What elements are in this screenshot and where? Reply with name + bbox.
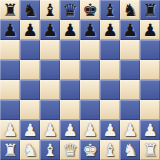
square-b7[interactable]: ♟ <box>20 20 40 40</box>
square-g5[interactable] <box>120 60 140 80</box>
square-e6[interactable] <box>80 40 100 60</box>
square-d1[interactable]: ♛ <box>60 140 80 160</box>
square-g4[interactable] <box>120 80 140 100</box>
piece-black-pawn[interactable]: ♟ <box>22 20 37 40</box>
square-h4[interactable] <box>140 80 160 100</box>
square-b8[interactable]: ♞ <box>20 0 40 20</box>
piece-black-pawn[interactable]: ♟ <box>2 20 17 40</box>
square-e3[interactable] <box>80 100 100 120</box>
piece-black-knight[interactable]: ♞ <box>122 0 137 20</box>
piece-white-pawn[interactable]: ♟ <box>82 120 97 140</box>
piece-black-pawn[interactable]: ♟ <box>82 20 97 40</box>
square-g1[interactable]: ♞ <box>120 140 140 160</box>
square-b3[interactable] <box>20 100 40 120</box>
piece-white-bishop[interactable]: ♝ <box>42 140 57 160</box>
square-e1[interactable]: ♚ <box>80 140 100 160</box>
square-a6[interactable] <box>0 40 20 60</box>
piece-white-pawn[interactable]: ♟ <box>22 120 37 140</box>
square-f5[interactable] <box>100 60 120 80</box>
square-h7[interactable]: ♟ <box>140 20 160 40</box>
square-h3[interactable] <box>140 100 160 120</box>
square-c6[interactable] <box>40 40 60 60</box>
piece-black-pawn[interactable]: ♟ <box>62 20 77 40</box>
piece-black-queen[interactable]: ♛ <box>62 0 77 20</box>
chess-board: ♜♞♝♛♚♝♞♜♟♟♟♟♟♟♟♟♟♟♟♟♟♟♟♟♜♞♝♛♚♝♞♜ <box>0 0 160 160</box>
square-c2[interactable]: ♟ <box>40 120 60 140</box>
square-a4[interactable] <box>0 80 20 100</box>
square-f6[interactable] <box>100 40 120 60</box>
square-c1[interactable]: ♝ <box>40 140 60 160</box>
square-e2[interactable]: ♟ <box>80 120 100 140</box>
square-h8[interactable]: ♜ <box>140 0 160 20</box>
square-e7[interactable]: ♟ <box>80 20 100 40</box>
square-d5[interactable] <box>60 60 80 80</box>
piece-black-pawn[interactable]: ♟ <box>122 20 137 40</box>
square-c4[interactable] <box>40 80 60 100</box>
square-c7[interactable]: ♟ <box>40 20 60 40</box>
square-g7[interactable]: ♟ <box>120 20 140 40</box>
square-f1[interactable]: ♝ <box>100 140 120 160</box>
square-c3[interactable] <box>40 100 60 120</box>
piece-black-bishop[interactable]: ♝ <box>102 0 117 20</box>
square-e4[interactable] <box>80 80 100 100</box>
square-c8[interactable]: ♝ <box>40 0 60 20</box>
square-d3[interactable] <box>60 100 80 120</box>
piece-white-knight[interactable]: ♞ <box>22 140 37 160</box>
square-f3[interactable] <box>100 100 120 120</box>
square-g6[interactable] <box>120 40 140 60</box>
piece-white-pawn[interactable]: ♟ <box>122 120 137 140</box>
square-g8[interactable]: ♞ <box>120 0 140 20</box>
square-d8[interactable]: ♛ <box>60 0 80 20</box>
square-f7[interactable]: ♟ <box>100 20 120 40</box>
piece-black-king[interactable]: ♚ <box>82 0 97 20</box>
square-a8[interactable]: ♜ <box>0 0 20 20</box>
square-a2[interactable]: ♟ <box>0 120 20 140</box>
piece-black-pawn[interactable]: ♟ <box>42 20 57 40</box>
square-g3[interactable] <box>120 100 140 120</box>
square-b1[interactable]: ♞ <box>20 140 40 160</box>
square-a3[interactable] <box>0 100 20 120</box>
square-d4[interactable] <box>60 80 80 100</box>
square-h1[interactable]: ♜ <box>140 140 160 160</box>
square-a5[interactable] <box>0 60 20 80</box>
square-e8[interactable]: ♚ <box>80 0 100 20</box>
square-h6[interactable] <box>140 40 160 60</box>
piece-white-pawn[interactable]: ♟ <box>142 120 157 140</box>
square-d7[interactable]: ♟ <box>60 20 80 40</box>
piece-black-knight[interactable]: ♞ <box>22 0 37 20</box>
square-f8[interactable]: ♝ <box>100 0 120 20</box>
square-d2[interactable]: ♟ <box>60 120 80 140</box>
piece-white-queen[interactable]: ♛ <box>62 140 77 160</box>
piece-black-pawn[interactable]: ♟ <box>102 20 117 40</box>
square-a7[interactable]: ♟ <box>0 20 20 40</box>
piece-white-pawn[interactable]: ♟ <box>42 120 57 140</box>
piece-black-bishop[interactable]: ♝ <box>42 0 57 20</box>
piece-white-pawn[interactable]: ♟ <box>102 120 117 140</box>
piece-white-pawn[interactable]: ♟ <box>2 120 17 140</box>
square-f2[interactable]: ♟ <box>100 120 120 140</box>
square-b2[interactable]: ♟ <box>20 120 40 140</box>
square-b5[interactable] <box>20 60 40 80</box>
piece-white-rook[interactable]: ♜ <box>2 140 17 160</box>
piece-white-pawn[interactable]: ♟ <box>62 120 77 140</box>
piece-white-knight[interactable]: ♞ <box>122 140 137 160</box>
piece-white-king[interactable]: ♚ <box>82 140 97 160</box>
square-g2[interactable]: ♟ <box>120 120 140 140</box>
square-h5[interactable] <box>140 60 160 80</box>
square-a1[interactable]: ♜ <box>0 140 20 160</box>
square-b6[interactable] <box>20 40 40 60</box>
piece-black-rook[interactable]: ♜ <box>2 0 17 20</box>
square-d6[interactable] <box>60 40 80 60</box>
piece-black-pawn[interactable]: ♟ <box>142 20 157 40</box>
square-e5[interactable] <box>80 60 100 80</box>
piece-black-rook[interactable]: ♜ <box>142 0 157 20</box>
square-h2[interactable]: ♟ <box>140 120 160 140</box>
square-c5[interactable] <box>40 60 60 80</box>
piece-white-bishop[interactable]: ♝ <box>102 140 117 160</box>
square-b4[interactable] <box>20 80 40 100</box>
piece-white-rook[interactable]: ♜ <box>142 140 157 160</box>
square-f4[interactable] <box>100 80 120 100</box>
